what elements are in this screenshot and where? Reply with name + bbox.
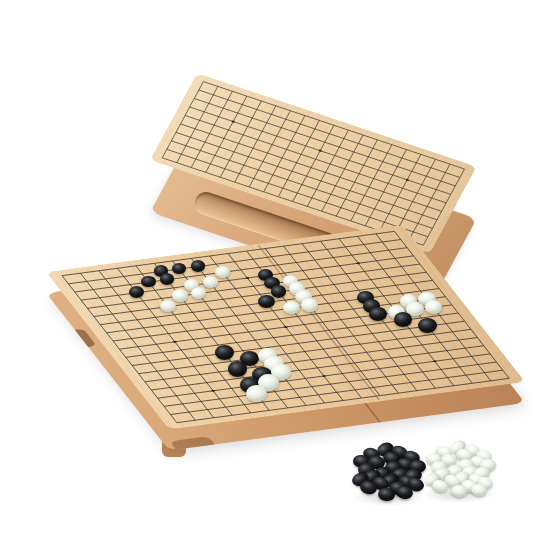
go-set-product-photo: ●●●●●○●○○●○○●○○●○●○○○●●○○●○○○●●●●○●○●○●○… (0, 0, 560, 560)
pile-stone-white[interactable]: ○ (451, 484, 468, 498)
white-stone-pile[interactable]: ○○○○○○○○○○○○○○○○○○○○○○○○ (0, 0, 560, 560)
stone-piles: ●●●●●●●●●●●●●●●●●●●●●●●● ○○○○○○○○○○○○○○○… (0, 0, 560, 560)
